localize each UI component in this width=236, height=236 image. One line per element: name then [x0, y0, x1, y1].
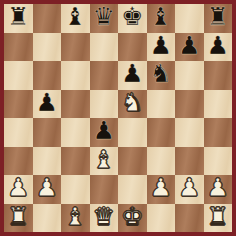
- piece-white-pawn[interactable]: ♟: [7, 175, 29, 202]
- piece-black-rook[interactable]: ♜: [207, 4, 229, 31]
- square-d1[interactable]: ♛: [90, 204, 119, 233]
- piece-black-pawn[interactable]: ♟: [178, 33, 200, 60]
- square-h3[interactable]: [204, 147, 233, 176]
- piece-black-queen[interactable]: ♛: [93, 4, 115, 31]
- square-d6[interactable]: [90, 61, 119, 90]
- square-g1[interactable]: [175, 204, 204, 233]
- square-b7[interactable]: [33, 33, 62, 62]
- square-a8[interactable]: ♜: [4, 4, 33, 33]
- piece-white-bishop[interactable]: ♝: [93, 147, 115, 174]
- piece-white-pawn[interactable]: ♟: [36, 175, 58, 202]
- square-h6[interactable]: [204, 61, 233, 90]
- square-e7[interactable]: [118, 33, 147, 62]
- square-d3[interactable]: ♝: [90, 147, 119, 176]
- piece-black-bishop[interactable]: ♝: [64, 4, 86, 31]
- square-c1[interactable]: ♝: [61, 204, 90, 233]
- square-g2[interactable]: ♟: [175, 175, 204, 204]
- square-h2[interactable]: ♟: [204, 175, 233, 204]
- square-f7[interactable]: ♟: [147, 33, 176, 62]
- piece-black-king[interactable]: ♚: [121, 4, 143, 31]
- chess-board: ♜♝♛♚♝♜♟♟♟♟♞♟♞♟♝♟♟♟♟♟♜♝♛♚♜: [4, 4, 232, 232]
- square-a1[interactable]: ♜: [4, 204, 33, 233]
- piece-black-pawn[interactable]: ♟: [121, 61, 143, 88]
- square-h5[interactable]: [204, 90, 233, 119]
- piece-white-king[interactable]: ♚: [121, 204, 143, 231]
- square-f3[interactable]: [147, 147, 176, 176]
- square-h4[interactable]: [204, 118, 233, 147]
- square-e1[interactable]: ♚: [118, 204, 147, 233]
- square-f1[interactable]: [147, 204, 176, 233]
- square-e2[interactable]: [118, 175, 147, 204]
- square-c6[interactable]: [61, 61, 90, 90]
- square-f4[interactable]: [147, 118, 176, 147]
- square-f2[interactable]: ♟: [147, 175, 176, 204]
- piece-white-knight[interactable]: ♞: [121, 90, 143, 117]
- square-b6[interactable]: [33, 61, 62, 90]
- square-a6[interactable]: [4, 61, 33, 90]
- square-h1[interactable]: ♜: [204, 204, 233, 233]
- square-c2[interactable]: [61, 175, 90, 204]
- square-c5[interactable]: [61, 90, 90, 119]
- square-a2[interactable]: ♟: [4, 175, 33, 204]
- square-b2[interactable]: ♟: [33, 175, 62, 204]
- square-f8[interactable]: ♝: [147, 4, 176, 33]
- square-g7[interactable]: ♟: [175, 33, 204, 62]
- square-d4[interactable]: ♟: [90, 118, 119, 147]
- piece-black-pawn[interactable]: ♟: [207, 33, 229, 60]
- square-d2[interactable]: [90, 175, 119, 204]
- square-b1[interactable]: [33, 204, 62, 233]
- square-c7[interactable]: [61, 33, 90, 62]
- square-b8[interactable]: [33, 4, 62, 33]
- square-b5[interactable]: ♟: [33, 90, 62, 119]
- square-a4[interactable]: [4, 118, 33, 147]
- square-c4[interactable]: [61, 118, 90, 147]
- square-a3[interactable]: [4, 147, 33, 176]
- piece-white-rook[interactable]: ♜: [207, 204, 229, 231]
- piece-black-rook[interactable]: ♜: [7, 4, 29, 31]
- square-e4[interactable]: [118, 118, 147, 147]
- piece-black-pawn[interactable]: ♟: [93, 118, 115, 145]
- square-c3[interactable]: [61, 147, 90, 176]
- square-d5[interactable]: [90, 90, 119, 119]
- square-g5[interactable]: [175, 90, 204, 119]
- square-a7[interactable]: [4, 33, 33, 62]
- square-e6[interactable]: ♟: [118, 61, 147, 90]
- piece-white-rook[interactable]: ♜: [7, 204, 29, 231]
- square-g3[interactable]: [175, 147, 204, 176]
- square-f6[interactable]: ♞: [147, 61, 176, 90]
- piece-black-pawn[interactable]: ♟: [150, 33, 172, 60]
- square-f5[interactable]: [147, 90, 176, 119]
- square-g4[interactable]: [175, 118, 204, 147]
- square-e5[interactable]: ♞: [118, 90, 147, 119]
- square-d7[interactable]: [90, 33, 119, 62]
- square-b4[interactable]: [33, 118, 62, 147]
- square-e8[interactable]: ♚: [118, 4, 147, 33]
- piece-black-bishop[interactable]: ♝: [150, 4, 172, 31]
- piece-white-pawn[interactable]: ♟: [178, 175, 200, 202]
- square-c8[interactable]: ♝: [61, 4, 90, 33]
- chess-board-frame: ♜♝♛♚♝♜♟♟♟♟♞♟♞♟♝♟♟♟♟♟♜♝♛♚♜: [0, 0, 236, 236]
- square-a5[interactable]: [4, 90, 33, 119]
- piece-black-knight[interactable]: ♞: [150, 61, 172, 88]
- piece-white-pawn[interactable]: ♟: [150, 175, 172, 202]
- square-e3[interactable]: [118, 147, 147, 176]
- square-b3[interactable]: [33, 147, 62, 176]
- square-h7[interactable]: ♟: [204, 33, 233, 62]
- piece-white-bishop[interactable]: ♝: [64, 204, 86, 231]
- square-g8[interactable]: [175, 4, 204, 33]
- square-h8[interactable]: ♜: [204, 4, 233, 33]
- square-g6[interactable]: [175, 61, 204, 90]
- piece-white-pawn[interactable]: ♟: [207, 175, 229, 202]
- square-d8[interactable]: ♛: [90, 4, 119, 33]
- piece-black-pawn[interactable]: ♟: [36, 90, 58, 117]
- piece-white-queen[interactable]: ♛: [93, 204, 115, 231]
